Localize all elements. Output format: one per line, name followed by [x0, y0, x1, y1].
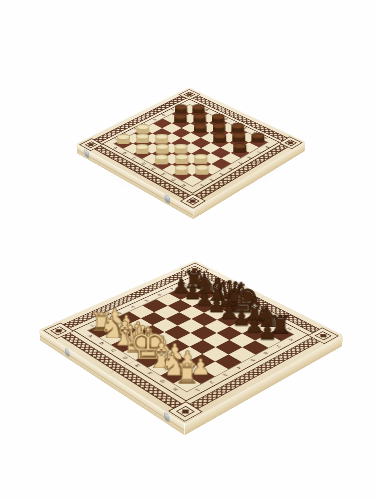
checkers-board: AABBCCDDEEFFGGHH1122334455667788 — [76, 87, 305, 209]
clasp-latch — [85, 150, 89, 158]
checker-top — [213, 133, 226, 139]
checker-light-d2 — [155, 144, 168, 154]
corner-diamond — [187, 94, 191, 96]
checker-light-f2 — [175, 154, 189, 164]
checker-dark-f6 — [213, 133, 226, 143]
checker-top — [233, 143, 246, 149]
checker-top — [232, 133, 245, 139]
corner-diamond — [55, 329, 62, 332]
checker-dark-g7 — [232, 133, 245, 143]
checker-dark-h6 — [233, 143, 246, 153]
checker-light-g3 — [195, 154, 209, 164]
corner-diamond — [191, 268, 197, 271]
checker-top — [117, 134, 130, 140]
piece-white-rook-h1: ♜ — [171, 355, 203, 383]
checker-dark-b6 — [175, 114, 188, 124]
checker-light-e3 — [175, 143, 188, 153]
product-photo-canvas: AABBCCDDEEFFGGHH1122334455667788 AABBCCD… — [0, 0, 375, 500]
checker-light-a1 — [117, 134, 130, 144]
clasp-latch — [65, 347, 69, 355]
checker-light-g1 — [175, 165, 189, 175]
piece-black-pawn-h7: ♟ — [255, 319, 279, 340]
clasp-latch — [164, 412, 168, 421]
checker-top — [175, 143, 188, 149]
checker-top — [194, 123, 207, 129]
checker-top — [156, 133, 169, 139]
checker-dark-c7 — [193, 114, 206, 124]
clasp-latch — [166, 195, 170, 203]
checker-light-a3 — [137, 124, 150, 134]
checker-top — [175, 165, 189, 171]
checker-top — [175, 154, 189, 160]
checker-top — [136, 144, 149, 150]
checker-top — [195, 165, 209, 171]
checker-top — [212, 123, 225, 129]
checker-light-c1 — [136, 144, 149, 154]
checker-dark-d6 — [194, 123, 207, 133]
checker-top — [155, 144, 168, 150]
checker-light-e1 — [155, 154, 169, 164]
checker-top — [155, 154, 169, 160]
checker-dark-e7 — [212, 123, 225, 133]
checker-light-b2 — [136, 134, 149, 144]
checker-top — [195, 154, 209, 160]
chess-board: AABBCCDDEEFFGGHH1122334455667788 ♜♞♝♛♚♝♞… — [39, 260, 343, 423]
checker-light-c3 — [156, 133, 169, 143]
checker-light-h2 — [195, 165, 209, 175]
checker-top — [193, 114, 206, 120]
